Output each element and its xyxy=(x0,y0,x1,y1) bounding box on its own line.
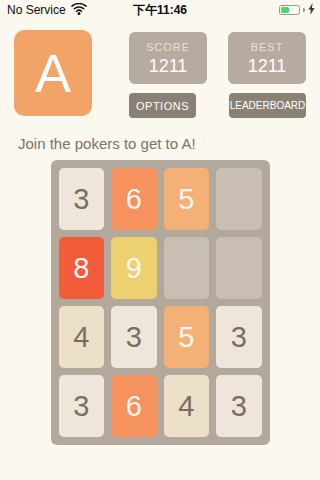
battery-nub xyxy=(303,8,305,12)
status-bar: No Service 下午11:46 xyxy=(0,0,320,20)
carrier-label: No Service xyxy=(7,3,66,17)
charging-bolt-icon xyxy=(308,3,315,18)
battery-fill xyxy=(281,7,289,13)
score-box: SCORE 1211 xyxy=(129,32,207,84)
tile-4: 4 xyxy=(59,306,105,368)
best-value: 1211 xyxy=(228,56,306,77)
tile-3: 3 xyxy=(111,306,157,368)
goal-tile-a: A xyxy=(14,30,92,116)
best-box: BEST 1211 xyxy=(228,32,306,84)
header-right: SCORE 1211 BEST 1211 OPTIONS LEADERBOARD xyxy=(129,32,306,118)
score-value: 1211 xyxy=(129,56,207,77)
carrier-group: No Service xyxy=(0,3,87,18)
tagline: Join the pokers to get to A! xyxy=(18,135,320,152)
tile-3: 3 xyxy=(59,168,105,230)
tile-3: 3 xyxy=(216,375,262,437)
empty-cell xyxy=(216,168,262,230)
score-row: SCORE 1211 BEST 1211 xyxy=(129,32,306,84)
empty-cell xyxy=(164,237,210,299)
tile-6: 6 xyxy=(111,375,157,437)
tile-5: 5 xyxy=(164,306,210,368)
tile-5: 5 xyxy=(164,168,210,230)
tile-6: 6 xyxy=(111,168,157,230)
tile-3: 3 xyxy=(216,306,262,368)
battery-icon xyxy=(279,5,300,15)
tile-9: 9 xyxy=(111,237,157,299)
score-label: SCORE xyxy=(129,41,207,53)
board-grid[interactable]: 3658943533643 xyxy=(51,160,270,445)
tile-4: 4 xyxy=(164,375,210,437)
leaderboard-button[interactable]: LEADERBOARD xyxy=(229,93,306,118)
options-button[interactable]: OPTIONS xyxy=(129,93,196,118)
button-row: OPTIONS LEADERBOARD xyxy=(129,93,306,118)
battery-group xyxy=(279,3,320,18)
header: A SCORE 1211 BEST 1211 OPTIONS LEADERBOA… xyxy=(0,30,320,116)
best-label: BEST xyxy=(228,41,306,53)
wifi-icon xyxy=(71,3,87,18)
tile-8: 8 xyxy=(59,237,105,299)
tile-3: 3 xyxy=(59,375,105,437)
empty-cell xyxy=(216,237,262,299)
